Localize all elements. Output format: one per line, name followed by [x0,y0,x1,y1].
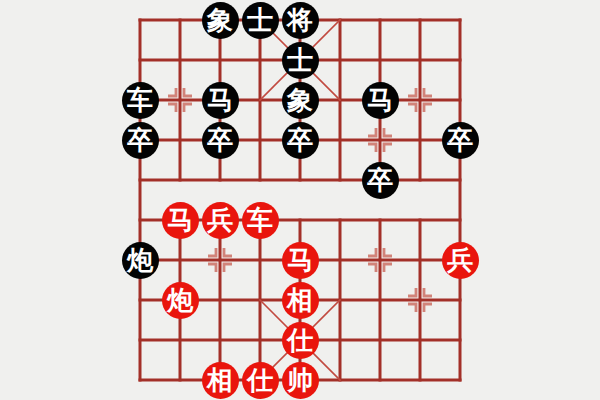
piece-red-chariot[interactable]: 车 [242,202,279,239]
piece-black-cannon[interactable]: 炮 [122,242,159,279]
piece-layer: 象士将士车马象马卒卒卒卒卒马兵车炮马兵炮相仕相仕帅 [120,0,480,400]
piece-black-horse[interactable]: 马 [202,82,239,119]
piece-black-pawn[interactable]: 卒 [122,122,159,159]
piece-red-elephant[interactable]: 相 [282,282,319,319]
piece-black-chariot[interactable]: 车 [122,82,159,119]
piece-red-pawn[interactable]: 兵 [202,202,239,239]
piece-black-advisor[interactable]: 士 [242,2,279,39]
piece-black-king[interactable]: 将 [282,2,319,39]
piece-black-pawn[interactable]: 卒 [442,122,479,159]
piece-red-advisor[interactable]: 仕 [242,362,279,399]
piece-red-cannon[interactable]: 炮 [162,282,199,319]
piece-black-pawn[interactable]: 卒 [282,122,319,159]
piece-red-horse[interactable]: 马 [282,242,319,279]
piece-red-advisor[interactable]: 仕 [282,322,319,359]
piece-black-horse[interactable]: 马 [362,82,399,119]
piece-red-pawn[interactable]: 兵 [442,242,479,279]
piece-black-pawn[interactable]: 卒 [202,122,239,159]
piece-red-elephant[interactable]: 相 [202,362,239,399]
piece-black-pawn[interactable]: 卒 [362,162,399,199]
piece-red-horse[interactable]: 马 [162,202,199,239]
piece-red-king[interactable]: 帅 [282,362,319,399]
piece-black-elephant[interactable]: 象 [282,82,319,119]
xiangqi-board: 象士将士车马象马卒卒卒卒卒马兵车炮马兵炮相仕相仕帅 [0,0,600,400]
piece-black-advisor[interactable]: 士 [282,42,319,79]
piece-black-elephant[interactable]: 象 [202,2,239,39]
